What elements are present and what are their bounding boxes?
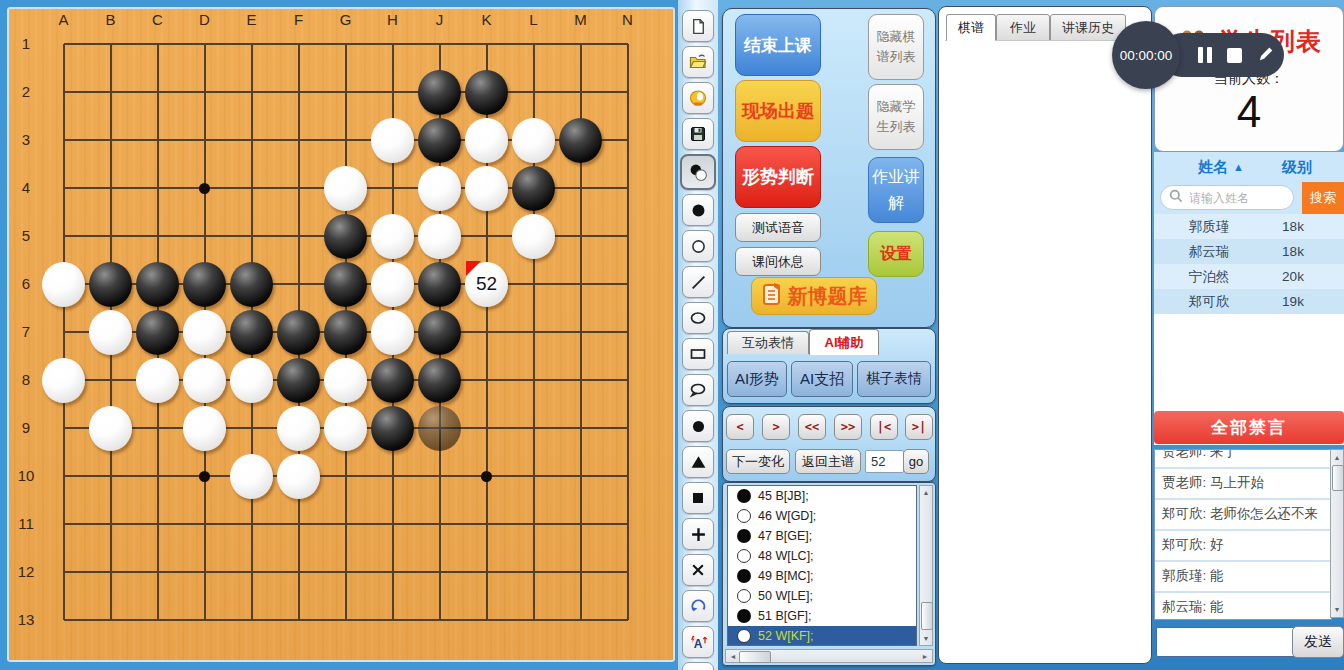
intersection-E4[interactable] — [228, 164, 275, 212]
intersection-L3[interactable] — [510, 116, 557, 164]
rect-icon[interactable] — [682, 338, 714, 370]
intersection-D2[interactable] — [181, 68, 228, 116]
intersection-D12[interactable] — [181, 548, 228, 596]
intersection-J12[interactable] — [416, 548, 463, 596]
search-button[interactable]: 搜索 — [1302, 182, 1344, 214]
intersection-H2[interactable] — [369, 68, 416, 116]
back-to-main-button[interactable]: 返回主谱 — [795, 449, 861, 474]
quiz-cup-icon[interactable] — [682, 82, 714, 114]
intersection-H9[interactable] — [369, 404, 416, 452]
intersection-D7[interactable] — [181, 308, 228, 356]
student-name: 郑可欣 — [1154, 293, 1264, 311]
intersection-B4[interactable] — [87, 164, 134, 212]
intersection-B2[interactable] — [87, 68, 134, 116]
intersection-A11[interactable] — [40, 500, 87, 548]
intersection-G2[interactable] — [322, 68, 369, 116]
intersection-B11[interactable] — [87, 500, 134, 548]
move-row-47[interactable]: 47 B[GE]; — [728, 526, 916, 546]
balloon-icon[interactable] — [682, 374, 714, 406]
tab-ai-assist[interactable]: AI辅助 — [809, 329, 879, 355]
intersection-D3[interactable] — [181, 116, 228, 164]
intersection-D9[interactable] — [181, 404, 228, 452]
intersection-E10[interactable] — [228, 452, 275, 500]
question-bank-button[interactable]: 新博题库 — [751, 277, 877, 315]
intersection-J13[interactable] — [416, 596, 463, 644]
ellipse-icon[interactable] — [682, 302, 714, 334]
move-list-horizontal-scrollbar[interactable]: ◄ ► — [725, 649, 933, 663]
student-row-郭质瑾[interactable]: 郭质瑾18k — [1154, 214, 1344, 239]
intersection-L12[interactable] — [510, 548, 557, 596]
intersection-K3[interactable] — [463, 116, 510, 164]
intersection-D1[interactable] — [181, 20, 228, 68]
intersection-M2[interactable] — [557, 68, 604, 116]
intersection-G11[interactable] — [322, 500, 369, 548]
chat-message-list[interactable]: 贾老师: 来了贾老师: 马上开始郑可欣: 老师你怎么还不来郑可欣: 好郭质瑾: … — [1154, 449, 1332, 620]
intersection-F10[interactable] — [275, 452, 322, 500]
intersection-N6[interactable] — [604, 260, 651, 308]
position-judge-button[interactable]: 形势判断 — [735, 146, 821, 208]
edit-pencil-icon[interactable] — [1257, 44, 1276, 67]
intersection-L5[interactable] — [510, 212, 557, 260]
hide-record-list-button[interactable]: 隐藏棋谱列表 — [868, 14, 924, 80]
row-label-10: 10 — [13, 452, 39, 500]
triangle-icon[interactable] — [682, 446, 714, 478]
intersection-M6[interactable] — [557, 260, 604, 308]
intersection-N11[interactable] — [604, 500, 651, 548]
intersection-J10[interactable] — [416, 452, 463, 500]
tab-lecture-history[interactable]: 讲课历史 — [1050, 14, 1126, 41]
white-stone-J5 — [418, 214, 461, 259]
ai-suggest-button[interactable]: AI支招 — [791, 361, 853, 397]
intersection-L4[interactable] — [510, 164, 557, 212]
white-stone-L5 — [512, 214, 555, 259]
intersection-K13[interactable] — [463, 596, 510, 644]
intersection-E3[interactable] — [228, 116, 275, 164]
intersection-F12[interactable] — [275, 548, 322, 596]
back-10-button[interactable]: << — [798, 414, 826, 440]
intersection-F2[interactable] — [275, 68, 322, 116]
move-row-50[interactable]: 50 W[LE]; — [728, 586, 916, 606]
line-icon[interactable] — [682, 266, 714, 298]
intersection-L2[interactable] — [510, 68, 557, 116]
intersection-E8[interactable] — [228, 356, 275, 404]
intersection-K11[interactable] — [463, 500, 510, 548]
chat-input[interactable] — [1156, 627, 1296, 657]
live-quiz-button[interactable]: 现场出题 — [735, 80, 821, 142]
save-floppy-icon[interactable] — [682, 118, 714, 150]
go-board-grid[interactable]: 52 — [40, 20, 651, 644]
row-label-9: 9 — [13, 404, 39, 452]
intersection-E7[interactable] — [228, 308, 275, 356]
tab-interactive-emoji[interactable]: 互动表情 — [727, 331, 809, 354]
intersection-A7[interactable] — [40, 308, 87, 356]
white-stone-icon[interactable] — [682, 230, 714, 262]
next-move-button[interactable]: > — [762, 414, 790, 440]
intersection-B10[interactable] — [87, 452, 134, 500]
intersection-K8[interactable] — [463, 356, 510, 404]
intersection-K5[interactable] — [463, 212, 510, 260]
intersection-B3[interactable] — [87, 116, 134, 164]
intersection-D11[interactable] — [181, 500, 228, 548]
intersection-M9[interactable] — [557, 404, 604, 452]
student-rank: 18k — [1264, 219, 1322, 234]
intersection-N2[interactable] — [604, 68, 651, 116]
intersection-B7[interactable] — [87, 308, 134, 356]
intersection-B12[interactable] — [87, 548, 134, 596]
student-list-header: 姓名 ▲ 级别 — [1154, 152, 1344, 182]
white-stone-K4 — [465, 166, 508, 211]
intersection-F7[interactable] — [275, 308, 322, 356]
next-variation-button[interactable]: 下一变化 — [726, 449, 790, 474]
record-list-body — [945, 40, 1145, 657]
intersection-K9[interactable] — [463, 404, 510, 452]
scroll-up-icon[interactable]: ▲ — [1331, 451, 1343, 464]
scrollbar-thumb[interactable] — [739, 651, 771, 663]
intersection-G3[interactable] — [322, 116, 369, 164]
intersection-G12[interactable] — [322, 548, 369, 596]
intersection-C10[interactable] — [134, 452, 181, 500]
intersection-B5[interactable] — [87, 212, 134, 260]
stop-icon[interactable] — [1227, 48, 1242, 63]
stone-pair-icon[interactable] — [680, 154, 716, 190]
scroll-up-icon[interactable]: ▲ — [920, 486, 932, 499]
black-stone-J8 — [418, 358, 461, 403]
intersection-K7[interactable] — [463, 308, 510, 356]
move-row-45[interactable]: 45 B[JB]; — [728, 486, 916, 506]
intersection-M8[interactable] — [557, 356, 604, 404]
intersection-C13[interactable] — [134, 596, 181, 644]
intersection-B13[interactable] — [87, 596, 134, 644]
intersection-B9[interactable] — [87, 404, 134, 452]
end-class-button[interactable]: 结束上课 — [735, 14, 821, 76]
ai-assist-panel: 互动表情 AI辅助 AI形势 AI支招 棋子表情 — [722, 328, 936, 404]
intersection-D8[interactable] — [181, 356, 228, 404]
intersection-N13[interactable] — [604, 596, 651, 644]
white-stone-icon — [737, 589, 751, 603]
intersection-C12[interactable] — [134, 548, 181, 596]
notebook-pencil-icon — [761, 282, 783, 311]
intersection-K10[interactable] — [463, 452, 510, 500]
intersection-F13[interactable] — [275, 596, 322, 644]
move-list[interactable]: 45 B[JB];46 W[GD];47 B[GE];48 W[LC];49 B… — [727, 485, 917, 646]
search-icon — [1169, 189, 1183, 207]
intersection-M11[interactable] — [557, 500, 604, 548]
hide-student-list-button[interactable]: 隐藏学生列表 — [868, 84, 924, 150]
intersection-C4[interactable] — [134, 164, 181, 212]
intersection-J7[interactable] — [416, 308, 463, 356]
intersection-J6[interactable] — [416, 260, 463, 308]
tab-game-record[interactable]: 棋谱 — [946, 14, 996, 41]
go-board-panel: ABCDEFGHJKLMN 12345678910111213 52 — [0, 0, 678, 670]
scroll-right-icon[interactable]: ► — [920, 650, 930, 663]
intersection-E13[interactable] — [228, 596, 275, 644]
ai-position-button[interactable]: AI形势 — [727, 361, 787, 397]
intersection-L8[interactable] — [510, 356, 557, 404]
intersection-M5[interactable] — [557, 212, 604, 260]
move-row-48[interactable]: 48 W[LC]; — [728, 546, 916, 566]
intersection-N8[interactable] — [604, 356, 651, 404]
intersection-C5[interactable] — [134, 212, 181, 260]
black-stone-icon — [737, 609, 751, 623]
intersection-B6[interactable] — [87, 260, 134, 308]
intersection-H6[interactable] — [369, 260, 416, 308]
intersection-J4[interactable] — [416, 164, 463, 212]
undo-icon[interactable] — [682, 590, 714, 622]
intersection-D4[interactable] — [181, 164, 228, 212]
intersection-M10[interactable] — [557, 452, 604, 500]
scroll-down-icon[interactable]: ▼ — [1331, 603, 1343, 616]
black-stone-M3 — [559, 118, 602, 163]
intersection-F8[interactable] — [275, 356, 322, 404]
intersection-H8[interactable] — [369, 356, 416, 404]
intersection-J5[interactable] — [416, 212, 463, 260]
settings-button[interactable]: 设置 — [868, 231, 924, 277]
white-stone-G9 — [324, 406, 367, 451]
intersection-J9[interactable] — [416, 404, 463, 452]
intersection-A8[interactable] — [40, 356, 87, 404]
intersection-N5[interactable] — [604, 212, 651, 260]
black-stone-icon — [737, 489, 751, 503]
last-move-button[interactable]: >| — [905, 414, 933, 440]
intersection-H4[interactable] — [369, 164, 416, 212]
intersection-J8[interactable] — [416, 356, 463, 404]
student-row-宁泊然[interactable]: 宁泊然20k — [1154, 264, 1344, 289]
intersection-F4[interactable] — [275, 164, 322, 212]
move-row-46[interactable]: 46 W[GD]; — [728, 506, 916, 526]
student-row-郝云瑞[interactable]: 郝云瑞18k — [1154, 239, 1344, 264]
intersection-A2[interactable] — [40, 68, 87, 116]
intersection-G4[interactable] — [322, 164, 369, 212]
intersection-G13[interactable] — [322, 596, 369, 644]
black-stone-C7 — [136, 310, 179, 355]
intersection-K2[interactable] — [463, 68, 510, 116]
intersection-J2[interactable] — [416, 68, 463, 116]
intersection-A12[interactable] — [40, 548, 87, 596]
intersection-N4[interactable] — [604, 164, 651, 212]
intersection-C7[interactable] — [134, 308, 181, 356]
intersection-H11[interactable] — [369, 500, 416, 548]
intersection-E11[interactable] — [228, 500, 275, 548]
row-label-6: 6 — [13, 260, 39, 308]
move-label: 45 B[JB]; — [758, 489, 809, 503]
go-button[interactable]: go — [903, 449, 929, 474]
intersection-H12[interactable] — [369, 548, 416, 596]
intersection-N10[interactable] — [604, 452, 651, 500]
send-button[interactable]: 发送 — [1292, 626, 1344, 658]
timer-value: 00:00:00 — [1120, 48, 1173, 63]
intersection-N3[interactable] — [604, 116, 651, 164]
row-label-13: 13 — [13, 596, 39, 644]
intersection-K4[interactable] — [463, 164, 510, 212]
intersection-H3[interactable] — [369, 116, 416, 164]
move-row-51[interactable]: 51 B[GF]; — [728, 606, 916, 626]
intersection-A6[interactable] — [40, 260, 87, 308]
intersection-F5[interactable] — [275, 212, 322, 260]
intersection-K12[interactable] — [463, 548, 510, 596]
prev-move-button[interactable]: < — [726, 414, 754, 440]
intersection-A9[interactable] — [40, 404, 87, 452]
intersection-G5[interactable] — [322, 212, 369, 260]
intersection-G8[interactable] — [322, 356, 369, 404]
intersection-M12[interactable] — [557, 548, 604, 596]
intersection-C6[interactable] — [134, 260, 181, 308]
white-stone-H5 — [371, 214, 414, 259]
white-stone-L3 — [512, 118, 555, 163]
intersection-A4[interactable] — [40, 164, 87, 212]
number-label-icon[interactable]: 9 — [682, 662, 714, 670]
scroll-down-icon[interactable]: ▼ — [920, 632, 932, 645]
intersection-C1[interactable] — [134, 20, 181, 68]
move-label: 46 W[GD]; — [758, 509, 816, 523]
intersection-H10[interactable] — [369, 452, 416, 500]
drawing-toolbar: A9 — [678, 0, 718, 670]
intersection-N1[interactable] — [604, 20, 651, 68]
class-break-button[interactable]: 课间休息 — [735, 247, 821, 276]
black-stone-G6 — [324, 262, 367, 307]
black-stone-J2 — [418, 70, 461, 115]
scrollbar-thumb[interactable] — [1332, 465, 1344, 491]
intersection-M1[interactable] — [557, 20, 604, 68]
intersection-G6[interactable] — [322, 260, 369, 308]
intersection-C8[interactable] — [134, 356, 181, 404]
intersection-H5[interactable] — [369, 212, 416, 260]
intersection-H1[interactable] — [369, 20, 416, 68]
intersection-D10[interactable] — [181, 452, 228, 500]
search-name-input[interactable] — [1187, 190, 1291, 206]
chat-message: 郑可欣: 老师你怎么还不来 — [1155, 500, 1331, 531]
search-box[interactable] — [1160, 185, 1294, 210]
square-icon[interactable] — [682, 482, 714, 514]
intersection-G1[interactable] — [322, 20, 369, 68]
intersection-H13[interactable] — [369, 596, 416, 644]
plus-icon[interactable] — [682, 518, 714, 550]
intersection-J1[interactable] — [416, 20, 463, 68]
stone-emoji-button[interactable]: 棋子表情 — [857, 361, 931, 397]
black-stone-C6 — [136, 262, 179, 307]
intersection-N9[interactable] — [604, 404, 651, 452]
test-voice-button[interactable]: 测试语音 — [735, 213, 821, 242]
intersection-L9[interactable] — [510, 404, 557, 452]
black-stone-J6 — [418, 262, 461, 307]
intersection-G9[interactable] — [322, 404, 369, 452]
intersection-A13[interactable] — [40, 596, 87, 644]
intersection-D6[interactable] — [181, 260, 228, 308]
scroll-left-icon[interactable]: ◄ — [728, 650, 738, 663]
column-rank-header[interactable]: 级别 — [1282, 158, 1312, 177]
move-row-49[interactable]: 49 B[MC]; — [728, 566, 916, 586]
black-stone-J7 — [418, 310, 461, 355]
intersection-E1[interactable] — [228, 20, 275, 68]
intersection-F11[interactable] — [275, 500, 322, 548]
white-stone-H7 — [371, 310, 414, 355]
intersection-A1[interactable] — [40, 20, 87, 68]
intersection-A3[interactable] — [40, 116, 87, 164]
intersection-L7[interactable] — [510, 308, 557, 356]
intersection-M13[interactable] — [557, 596, 604, 644]
intersection-F3[interactable] — [275, 116, 322, 164]
intersection-C9[interactable] — [134, 404, 181, 452]
intersection-C3[interactable] — [134, 116, 181, 164]
tab-homework[interactable]: 作业 — [996, 14, 1050, 41]
first-move-button[interactable]: |< — [870, 414, 898, 440]
intersection-M4[interactable] — [557, 164, 604, 212]
intersection-F9[interactable] — [275, 404, 322, 452]
cross-icon[interactable] — [682, 554, 714, 586]
homework-explain-button[interactable]: 作业讲解 — [868, 157, 924, 223]
intersection-B1[interactable] — [87, 20, 134, 68]
intersection-D13[interactable] — [181, 596, 228, 644]
intersection-G7[interactable] — [322, 308, 369, 356]
intersection-C2[interactable] — [134, 68, 181, 116]
move-label: 51 B[GF]; — [758, 609, 812, 623]
class-timer[interactable]: 00:00:00 — [1112, 21, 1180, 89]
intersection-E9[interactable] — [228, 404, 275, 452]
intersection-H7[interactable] — [369, 308, 416, 356]
open-folder-icon[interactable] — [682, 46, 714, 78]
intersection-K6[interactable]: 52 — [463, 260, 510, 308]
sort-ascending-icon[interactable]: ▲ — [1233, 161, 1244, 173]
intersection-L10[interactable] — [510, 452, 557, 500]
pause-icon[interactable] — [1198, 47, 1212, 63]
move-list-vertical-scrollbar[interactable]: ▲ ▼ — [919, 485, 933, 646]
intersection-F6[interactable] — [275, 260, 322, 308]
move-row-52[interactable]: 52 W[KF]; — [728, 626, 916, 646]
intersection-N7[interactable] — [604, 308, 651, 356]
intersection-K1[interactable] — [463, 20, 510, 68]
intersection-G10[interactable] — [322, 452, 369, 500]
white-stone-icon — [737, 509, 751, 523]
row-label-4: 4 — [13, 164, 39, 212]
intersection-M7[interactable] — [557, 308, 604, 356]
white-stone-D7 — [183, 310, 226, 355]
hoshi-point — [199, 183, 210, 194]
row-label-11: 11 — [13, 500, 39, 548]
student-row-郑可欣[interactable]: 郑可欣19k — [1154, 289, 1344, 314]
intersection-F1[interactable] — [275, 20, 322, 68]
intersection-E6[interactable] — [228, 260, 275, 308]
forward-10-button[interactable]: >> — [834, 414, 862, 440]
intersection-D5[interactable] — [181, 212, 228, 260]
intersection-B8[interactable] — [87, 356, 134, 404]
intersection-A10[interactable] — [40, 452, 87, 500]
move-number-input[interactable] — [865, 450, 904, 473]
move-label: 50 W[LE]; — [758, 589, 813, 603]
hoshi-point — [199, 471, 210, 482]
black-stone-icon[interactable] — [682, 194, 714, 226]
intersection-M3[interactable] — [557, 116, 604, 164]
intersection-L13[interactable] — [510, 596, 557, 644]
dot-icon[interactable] — [682, 410, 714, 442]
text-color-icon[interactable]: A — [682, 626, 714, 658]
intersection-E12[interactable] — [228, 548, 275, 596]
scrollbar-thumb[interactable] — [921, 602, 933, 630]
intersection-N12[interactable] — [604, 548, 651, 596]
mute-all-button[interactable]: 全部禁言 — [1154, 411, 1344, 444]
intersection-E5[interactable] — [228, 212, 275, 260]
intersection-E2[interactable] — [228, 68, 275, 116]
intersection-L6[interactable] — [510, 260, 557, 308]
intersection-L11[interactable] — [510, 500, 557, 548]
chat-scrollbar[interactable]: ▲ ▼ — [1330, 449, 1344, 618]
column-name-header[interactable]: 姓名 — [1198, 158, 1228, 177]
intersection-C11[interactable] — [134, 500, 181, 548]
new-file-icon[interactable] — [682, 10, 714, 42]
white-stone-H3 — [371, 118, 414, 163]
intersection-J3[interactable] — [416, 116, 463, 164]
intersection-A5[interactable] — [40, 212, 87, 260]
intersection-L1[interactable] — [510, 20, 557, 68]
intersection-J11[interactable] — [416, 500, 463, 548]
